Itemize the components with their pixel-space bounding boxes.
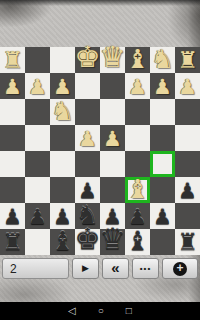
square-b2[interactable]: ♟ xyxy=(150,73,175,99)
plus-circle-icon: + xyxy=(173,262,187,276)
square-c8[interactable]: ♝ xyxy=(125,229,150,255)
square-h4[interactable] xyxy=(0,125,25,151)
square-g2[interactable]: ♟ xyxy=(25,73,50,99)
piece-white-pawn[interactable]: ♟ xyxy=(53,77,72,98)
square-e2[interactable] xyxy=(75,73,100,99)
square-d1[interactable]: ♛ xyxy=(100,47,125,73)
move-counter: 2 xyxy=(2,258,69,279)
piece-white-pawn[interactable]: ♟ xyxy=(28,77,47,98)
square-b7[interactable]: ♟ xyxy=(150,203,175,229)
piece-black-pawn[interactable]: ♟ xyxy=(78,181,97,202)
square-d2[interactable] xyxy=(100,73,125,99)
android-navbar: ◁ ○ □ xyxy=(0,302,200,320)
piece-white-rook[interactable]: ♜ xyxy=(2,49,23,72)
square-e4[interactable]: ♟ xyxy=(75,125,100,151)
back-icon[interactable]: ◁ xyxy=(68,306,76,316)
square-f7[interactable]: ♟ xyxy=(50,203,75,229)
square-h6[interactable] xyxy=(0,177,25,203)
piece-black-pawn[interactable]: ♟ xyxy=(178,181,197,202)
square-g6[interactable] xyxy=(25,177,50,203)
square-g7[interactable]: ♟ xyxy=(25,203,50,229)
piece-black-knight[interactable]: ♞ xyxy=(76,202,99,228)
square-e6[interactable]: ♟ xyxy=(75,177,100,203)
square-a1[interactable]: ♜ xyxy=(175,47,200,73)
square-f8[interactable]: ♝ xyxy=(50,229,75,255)
piece-black-pawn[interactable]: ♟ xyxy=(53,207,72,228)
square-a4[interactable] xyxy=(175,125,200,151)
piece-white-pawn[interactable]: ♟ xyxy=(128,77,147,98)
new-game-button[interactable]: + xyxy=(162,258,198,279)
square-f3[interactable]: ♞ xyxy=(50,99,75,125)
square-a7[interactable] xyxy=(175,203,200,229)
square-h8[interactable]: ♜ xyxy=(0,229,25,255)
rewind-icon: « xyxy=(111,260,119,275)
piece-black-bishop[interactable]: ♝ xyxy=(126,228,149,254)
square-f5[interactable] xyxy=(50,151,75,177)
piece-white-knight[interactable]: ♞ xyxy=(51,98,74,124)
home-icon[interactable]: ○ xyxy=(98,306,104,316)
square-g1[interactable] xyxy=(25,47,50,73)
piece-white-pawn[interactable]: ♟ xyxy=(153,77,172,98)
piece-black-pawn[interactable]: ♟ xyxy=(28,207,47,228)
square-g5[interactable] xyxy=(25,151,50,177)
square-d7[interactable]: ♟ xyxy=(100,203,125,229)
square-a8[interactable]: ♜ xyxy=(175,229,200,255)
piece-white-pawn[interactable]: ♟ xyxy=(3,77,22,98)
piece-black-king[interactable]: ♚ xyxy=(75,225,101,254)
square-f4[interactable] xyxy=(50,125,75,151)
piece-black-rook[interactable]: ♜ xyxy=(177,231,198,254)
square-c2[interactable]: ♟ xyxy=(125,73,150,99)
ellipsis-icon: ••• xyxy=(140,265,151,273)
square-d8[interactable]: ♛ xyxy=(100,229,125,255)
square-c6[interactable]: ♝ xyxy=(125,177,150,203)
square-c4[interactable] xyxy=(125,125,150,151)
square-c1[interactable]: ♝ xyxy=(125,47,150,73)
move-counter-value: 2 xyxy=(10,262,17,276)
square-h1[interactable]: ♜ xyxy=(0,47,25,73)
square-a2[interactable]: ♟ xyxy=(175,73,200,99)
square-f2[interactable]: ♟ xyxy=(50,73,75,99)
square-e5[interactable] xyxy=(75,151,100,177)
piece-white-pawn[interactable]: ♟ xyxy=(103,129,122,150)
square-b1[interactable]: ♞ xyxy=(150,47,175,73)
square-e8[interactable]: ♚ xyxy=(75,229,100,255)
square-e3[interactable] xyxy=(75,99,100,125)
piece-black-bishop[interactable]: ♝ xyxy=(51,228,74,254)
play-button[interactable]: ▶ xyxy=(72,258,99,279)
square-f1[interactable] xyxy=(50,47,75,73)
square-g3[interactable] xyxy=(25,99,50,125)
toolbar: 2 ▶ « ••• + xyxy=(2,258,198,279)
menu-button[interactable]: ••• xyxy=(132,258,159,279)
piece-white-bishop[interactable]: ♝ xyxy=(126,46,149,72)
square-h5[interactable] xyxy=(0,151,25,177)
square-b4[interactable] xyxy=(150,125,175,151)
square-a6[interactable]: ♟ xyxy=(175,177,200,203)
app-screen: ♜♚♛♝♞♜♟♟♟♟♟♟♞♟♟♟♝♟♟♟♟♞♟♟♟♜♝♚♛♝♜ 2 ▶ « ••… xyxy=(0,0,200,320)
piece-white-pawn[interactable]: ♟ xyxy=(178,77,197,98)
square-a5[interactable] xyxy=(175,151,200,177)
square-f6[interactable] xyxy=(50,177,75,203)
square-g8[interactable] xyxy=(25,229,50,255)
square-d5[interactable] xyxy=(100,151,125,177)
piece-white-queen[interactable]: ♛ xyxy=(100,43,126,72)
play-icon: ▶ xyxy=(82,264,89,273)
piece-white-knight[interactable]: ♞ xyxy=(151,46,174,72)
piece-black-pawn[interactable]: ♟ xyxy=(128,207,147,228)
square-e1[interactable]: ♚ xyxy=(75,47,100,73)
piece-white-king[interactable]: ♚ xyxy=(75,43,101,72)
square-c3[interactable] xyxy=(125,99,150,125)
square-h7[interactable]: ♟ xyxy=(0,203,25,229)
square-b6[interactable] xyxy=(150,177,175,203)
square-b8[interactable] xyxy=(150,229,175,255)
piece-black-pawn[interactable]: ♟ xyxy=(3,207,22,228)
chess-board: ♜♚♛♝♞♜♟♟♟♟♟♟♞♟♟♟♝♟♟♟♟♞♟♟♟♜♝♚♛♝♜ xyxy=(0,47,200,255)
square-e7[interactable]: ♞ xyxy=(75,203,100,229)
square-d3[interactable] xyxy=(100,99,125,125)
piece-white-bishop[interactable]: ♝ xyxy=(126,176,149,202)
piece-black-rook[interactable]: ♜ xyxy=(2,231,23,254)
square-c7[interactable]: ♟ xyxy=(125,203,150,229)
piece-black-queen[interactable]: ♛ xyxy=(100,225,126,254)
square-h3[interactable] xyxy=(0,99,25,125)
square-h2[interactable]: ♟ xyxy=(0,73,25,99)
recents-icon[interactable]: □ xyxy=(126,306,132,316)
rewind-button[interactable]: « xyxy=(102,258,129,279)
piece-white-pawn[interactable]: ♟ xyxy=(78,129,97,150)
piece-white-rook[interactable]: ♜ xyxy=(177,49,198,72)
piece-black-pawn[interactable]: ♟ xyxy=(103,207,122,228)
square-b5[interactable] xyxy=(150,151,175,177)
square-c5[interactable] xyxy=(125,151,150,177)
square-a3[interactable] xyxy=(175,99,200,125)
square-d6[interactable] xyxy=(100,177,125,203)
square-g4[interactable] xyxy=(25,125,50,151)
square-d4[interactable]: ♟ xyxy=(100,125,125,151)
piece-black-pawn[interactable]: ♟ xyxy=(153,207,172,228)
square-b3[interactable] xyxy=(150,99,175,125)
